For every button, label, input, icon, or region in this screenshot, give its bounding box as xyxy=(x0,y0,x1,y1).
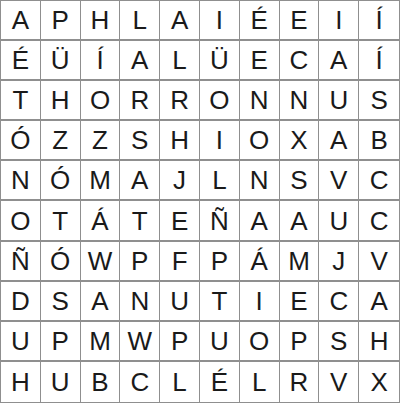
cell-letter: C xyxy=(370,208,389,234)
grid-cell[interactable]: E xyxy=(240,41,280,81)
grid-cell[interactable]: S xyxy=(280,161,320,201)
cell-letter: S xyxy=(52,288,69,314)
cell-letter: A xyxy=(131,47,148,73)
cell-letter: C xyxy=(370,167,389,193)
cell-letter: Z xyxy=(52,127,68,153)
grid-cell[interactable]: V xyxy=(359,242,399,282)
grid-cell[interactable]: A xyxy=(280,201,320,241)
grid-cell[interactable]: I xyxy=(319,1,359,41)
grid-cell[interactable]: N xyxy=(280,81,320,121)
cell-letter: M xyxy=(89,328,111,354)
grid-cell[interactable]: N xyxy=(1,161,41,201)
cell-letter: H xyxy=(91,7,110,33)
grid-cell[interactable]: Ó xyxy=(1,121,41,161)
grid-cell[interactable]: C xyxy=(319,282,359,322)
cell-letter: Ñ xyxy=(11,248,30,274)
cell-letter: N xyxy=(290,87,309,113)
grid-cell[interactable]: Z xyxy=(41,121,81,161)
cell-letter: Á xyxy=(251,248,268,274)
cell-letter: W xyxy=(128,328,153,354)
cell-letter: A xyxy=(171,7,188,33)
cell-letter: L xyxy=(133,7,147,33)
cell-letter: D xyxy=(11,288,30,314)
grid-cell[interactable]: H xyxy=(1,362,41,402)
cell-letter: J xyxy=(173,167,186,193)
cell-letter: F xyxy=(172,248,188,274)
cell-letter: O xyxy=(90,87,110,113)
grid-cell[interactable]: R xyxy=(160,81,200,121)
cell-letter: L xyxy=(252,369,266,395)
grid-cell[interactable]: V xyxy=(319,161,359,201)
cell-letter: E xyxy=(290,288,307,314)
grid-cell[interactable]: O xyxy=(81,81,121,121)
cell-letter: E xyxy=(251,47,268,73)
cell-letter: T xyxy=(52,208,68,234)
cell-letter: I xyxy=(216,7,223,33)
grid-cell[interactable]: Z xyxy=(81,121,121,161)
grid-cell[interactable]: M xyxy=(81,161,121,201)
grid-cell[interactable]: E xyxy=(160,201,200,241)
cell-letter: C xyxy=(130,369,149,395)
grid-cell[interactable]: C xyxy=(280,41,320,81)
grid-cell[interactable]: É xyxy=(200,362,240,402)
grid-cell[interactable]: L xyxy=(240,362,280,402)
grid-cell[interactable]: I xyxy=(240,282,280,322)
grid-cell[interactable]: P xyxy=(280,322,320,362)
cell-letter: Ó xyxy=(50,248,70,274)
word-search-board: APHLAIÉEIÍÉÜÍALÜECAÍTHORRONNUSÓZZSHIOXAB… xyxy=(0,0,400,403)
cell-letter: V xyxy=(330,167,347,193)
cell-letter: X xyxy=(290,127,307,153)
grid-cell[interactable]: W xyxy=(120,322,160,362)
grid-cell[interactable]: L xyxy=(200,161,240,201)
grid-cell[interactable]: T xyxy=(1,81,41,121)
cell-letter: R xyxy=(290,369,309,395)
grid-cell[interactable]: H xyxy=(41,81,81,121)
grid-cell[interactable]: J xyxy=(160,161,200,201)
cell-letter: A xyxy=(290,208,307,234)
cell-letter: H xyxy=(170,127,189,153)
cell-letter: C xyxy=(329,288,348,314)
cell-letter: R xyxy=(130,87,149,113)
cell-letter: N xyxy=(250,167,269,193)
grid-cell[interactable]: S xyxy=(41,282,81,322)
cell-letter: A xyxy=(330,127,347,153)
grid-cell[interactable]: X xyxy=(280,121,320,161)
cell-letter: Ü xyxy=(210,47,229,73)
cell-letter: S xyxy=(370,87,387,113)
grid-cell[interactable]: B xyxy=(81,362,121,402)
grid-cell[interactable]: É xyxy=(1,41,41,81)
cell-letter: Ü xyxy=(51,47,70,73)
cell-letter: Í xyxy=(96,47,103,73)
grid-cell[interactable]: A xyxy=(319,41,359,81)
grid-cell[interactable]: U xyxy=(1,322,41,362)
grid-cell[interactable]: E xyxy=(280,282,320,322)
cell-letter: O xyxy=(10,208,30,234)
cell-letter: E xyxy=(171,208,188,234)
grid-cell[interactable]: O xyxy=(240,121,280,161)
grid-cell[interactable]: Í xyxy=(359,41,399,81)
cell-letter: P xyxy=(52,328,69,354)
cell-letter: A xyxy=(12,7,29,33)
cell-letter: L xyxy=(172,47,186,73)
cell-letter: U xyxy=(210,328,229,354)
cell-letter: S xyxy=(131,127,148,153)
cell-letter: I xyxy=(256,288,263,314)
grid-cell[interactable]: U xyxy=(200,322,240,362)
cell-letter: X xyxy=(370,369,387,395)
cell-letter: I xyxy=(216,127,223,153)
cell-letter: Ñ xyxy=(210,208,229,234)
grid-cell[interactable]: N xyxy=(240,161,280,201)
cell-letter: T xyxy=(12,87,28,113)
cell-letter: S xyxy=(290,167,307,193)
cell-letter: S xyxy=(330,328,347,354)
grid-cell[interactable]: A xyxy=(160,1,200,41)
grid-cell[interactable]: P xyxy=(200,242,240,282)
grid-cell[interactable]: Á xyxy=(81,201,121,241)
cell-letter: N xyxy=(130,288,149,314)
grid-cell[interactable]: E xyxy=(280,1,320,41)
grid-cell[interactable]: Í xyxy=(359,1,399,41)
cell-letter: W xyxy=(88,248,113,274)
grid-cell[interactable]: C xyxy=(359,161,399,201)
cell-letter: É xyxy=(12,47,29,73)
grid-cell[interactable]: H xyxy=(81,1,121,41)
grid-cell[interactable]: Á xyxy=(240,242,280,282)
grid-cell[interactable]: Í xyxy=(81,41,121,81)
grid-cell[interactable]: A xyxy=(319,121,359,161)
grid-cell[interactable]: A xyxy=(120,41,160,81)
grid-cell[interactable]: R xyxy=(280,362,320,402)
grid-cell[interactable]: O xyxy=(1,201,41,241)
grid-cell[interactable]: O xyxy=(240,322,280,362)
cell-letter: Í xyxy=(375,7,382,33)
grid-cell[interactable]: R xyxy=(120,81,160,121)
cell-letter: L xyxy=(212,167,226,193)
grid-cell[interactable]: W xyxy=(81,242,121,282)
cell-letter: É xyxy=(251,7,268,33)
grid-cell[interactable]: U xyxy=(319,81,359,121)
cell-letter: H xyxy=(11,369,30,395)
grid-cell[interactable]: Ó xyxy=(41,161,81,201)
cell-letter: A xyxy=(251,208,268,234)
grid-cell[interactable]: H xyxy=(160,121,200,161)
cell-letter: O xyxy=(249,127,269,153)
grid-cell[interactable]: M xyxy=(81,322,121,362)
grid-cell[interactable]: L xyxy=(160,362,200,402)
cell-letter: U xyxy=(11,328,30,354)
cell-letter: P xyxy=(171,328,188,354)
cell-letter: A xyxy=(131,167,148,193)
word-search-grid: APHLAIÉEIÍÉÜÍALÜECAÍTHORRONNUSÓZZSHIOXAB… xyxy=(0,0,400,403)
grid-cell[interactable]: T xyxy=(41,201,81,241)
grid-cell[interactable]: J xyxy=(319,242,359,282)
cell-letter: V xyxy=(330,369,347,395)
grid-cell[interactable]: U xyxy=(41,362,81,402)
cell-letter: Z xyxy=(92,127,108,153)
cell-letter: U xyxy=(51,369,70,395)
grid-cell[interactable]: I xyxy=(200,121,240,161)
cell-letter: B xyxy=(370,127,387,153)
cell-letter: R xyxy=(170,87,189,113)
cell-letter: P xyxy=(131,248,148,274)
grid-cell[interactable]: H xyxy=(359,322,399,362)
cell-letter: A xyxy=(91,288,108,314)
grid-cell[interactable]: Ó xyxy=(41,242,81,282)
cell-letter: Ó xyxy=(10,127,30,153)
grid-cell[interactable]: A xyxy=(81,282,121,322)
grid-cell[interactable]: Ü xyxy=(41,41,81,81)
cell-letter: M xyxy=(288,248,310,274)
cell-letter: P xyxy=(52,7,69,33)
cell-letter: U xyxy=(329,87,348,113)
grid-cell[interactable]: S xyxy=(319,322,359,362)
cell-letter: J xyxy=(332,248,345,274)
cell-letter: E xyxy=(290,7,307,33)
grid-cell[interactable]: P xyxy=(41,1,81,41)
cell-letter: P xyxy=(290,328,307,354)
cell-letter: P xyxy=(211,248,228,274)
grid-cell[interactable]: C xyxy=(120,362,160,402)
grid-cell[interactable]: O xyxy=(200,81,240,121)
grid-cell[interactable]: P xyxy=(41,322,81,362)
grid-cell[interactable]: V xyxy=(319,362,359,402)
grid-cell[interactable]: Ñ xyxy=(1,242,41,282)
cell-letter: É xyxy=(211,369,228,395)
cell-letter: C xyxy=(290,47,309,73)
cell-letter: O xyxy=(249,328,269,354)
grid-cell[interactable]: U xyxy=(160,282,200,322)
cell-letter: H xyxy=(51,87,70,113)
grid-cell[interactable]: B xyxy=(359,121,399,161)
grid-cell[interactable]: U xyxy=(319,201,359,241)
grid-cell[interactable]: A xyxy=(1,1,41,41)
grid-cell[interactable]: Ü xyxy=(200,41,240,81)
cell-letter: Ó xyxy=(50,167,70,193)
cell-letter: T xyxy=(132,208,148,234)
grid-cell[interactable]: T xyxy=(120,201,160,241)
grid-cell[interactable]: P xyxy=(120,242,160,282)
cell-letter: M xyxy=(89,167,111,193)
grid-cell[interactable]: S xyxy=(120,121,160,161)
cell-letter: A xyxy=(370,288,387,314)
grid-cell[interactable]: D xyxy=(1,282,41,322)
cell-letter: V xyxy=(370,248,387,274)
grid-cell[interactable]: S xyxy=(359,81,399,121)
grid-cell[interactable]: Ñ xyxy=(200,201,240,241)
grid-cell[interactable]: I xyxy=(200,1,240,41)
cell-letter: U xyxy=(329,208,348,234)
grid-cell[interactable]: L xyxy=(160,41,200,81)
cell-letter: T xyxy=(211,288,227,314)
grid-cell[interactable]: A xyxy=(359,282,399,322)
grid-cell[interactable]: M xyxy=(280,242,320,282)
cell-letter: A xyxy=(330,47,347,73)
cell-letter: L xyxy=(172,369,186,395)
grid-cell[interactable]: L xyxy=(120,1,160,41)
grid-cell[interactable]: N xyxy=(120,282,160,322)
grid-cell[interactable]: N xyxy=(240,81,280,121)
cell-letter: I xyxy=(335,7,342,33)
cell-letter: Á xyxy=(91,208,108,234)
cell-letter: B xyxy=(91,369,108,395)
grid-cell[interactable]: A xyxy=(240,201,280,241)
cell-letter: N xyxy=(11,167,30,193)
grid-cell[interactable]: P xyxy=(160,322,200,362)
grid-cell[interactable]: C xyxy=(359,201,399,241)
grid-cell[interactable]: X xyxy=(359,362,399,402)
grid-cell[interactable]: A xyxy=(120,161,160,201)
cell-letter: O xyxy=(209,87,229,113)
grid-cell[interactable]: É xyxy=(240,1,280,41)
cell-letter: Í xyxy=(375,47,382,73)
cell-letter: H xyxy=(370,328,389,354)
grid-cell[interactable]: T xyxy=(200,282,240,322)
grid-cell[interactable]: F xyxy=(160,242,200,282)
cell-letter: U xyxy=(170,288,189,314)
cell-letter: N xyxy=(250,87,269,113)
